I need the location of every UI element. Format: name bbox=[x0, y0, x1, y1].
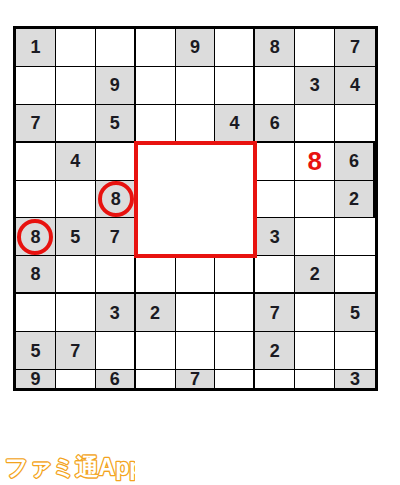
sudoku-cell-r3c5[interactable] bbox=[176, 105, 216, 143]
sudoku-cell-r5c7[interactable]: 3 bbox=[255, 218, 295, 256]
sudoku-cell-r6c4[interactable] bbox=[136, 256, 176, 294]
sudoku-cell-r7c6[interactable] bbox=[215, 294, 255, 332]
given-digit: 7 bbox=[70, 342, 80, 360]
given-digit: 4 bbox=[350, 76, 360, 94]
sudoku-cell-r5c4[interactable]: 8 bbox=[16, 218, 56, 256]
given-digit: 5 bbox=[70, 228, 80, 246]
sudoku-cell-r4c2[interactable]: 4 bbox=[56, 143, 96, 181]
sudoku-cell-r1c9[interactable]: 7 bbox=[335, 29, 375, 67]
sudoku-cell-r8c7[interactable]: 2 bbox=[255, 332, 295, 370]
highlight-box bbox=[134, 141, 258, 259]
sudoku-cell-r2c1[interactable] bbox=[16, 67, 56, 105]
sudoku-cell-r9c8[interactable] bbox=[295, 370, 335, 388]
sudoku-cell-r6c8[interactable]: 2 bbox=[295, 256, 335, 294]
sudoku-cell-r4c9[interactable]: 8 bbox=[96, 181, 136, 219]
given-digit: 7 bbox=[270, 304, 280, 322]
given-digit: 3 bbox=[270, 228, 280, 246]
given-digit: 3 bbox=[350, 370, 360, 388]
given-digit: 1 bbox=[30, 38, 40, 56]
sudoku-cell-r5c8[interactable] bbox=[295, 218, 335, 256]
sudoku-cell-r4c5[interactable]: 8 bbox=[295, 143, 335, 181]
sudoku-cell-r9c3[interactable]: 6 bbox=[96, 370, 136, 388]
given-digit: 6 bbox=[270, 114, 280, 132]
sudoku-cell-r4c1[interactable] bbox=[16, 143, 56, 181]
given-digit: 9 bbox=[30, 370, 40, 388]
given-digit: 7 bbox=[190, 370, 200, 388]
sudoku-cell-r3c8[interactable] bbox=[295, 105, 335, 143]
sudoku-cell-r1c4[interactable] bbox=[136, 29, 176, 67]
sudoku-cell-r4c4[interactable] bbox=[255, 143, 295, 181]
sudoku-cell-r2c9[interactable]: 4 bbox=[335, 67, 375, 105]
given-digit: 2 bbox=[150, 304, 160, 322]
sudoku-cell-r7c5[interactable] bbox=[176, 294, 216, 332]
given-digit: 6 bbox=[349, 152, 359, 170]
given-digit: 7 bbox=[110, 228, 120, 246]
sudoku-cell-r7c7[interactable]: 7 bbox=[255, 294, 295, 332]
screenshot-root: 198793475464868285738232755729673 ファミ通Ap… bbox=[0, 0, 400, 485]
sudoku-cell-r6c7[interactable] bbox=[255, 256, 295, 294]
sudoku-cell-r3c6[interactable]: 4 bbox=[215, 105, 255, 143]
sudoku-cell-r3c3[interactable]: 5 bbox=[96, 105, 136, 143]
given-digit: 4 bbox=[229, 114, 239, 132]
sudoku-cell-r6c5[interactable] bbox=[176, 256, 216, 294]
sudoku-cell-r5c6[interactable]: 7 bbox=[96, 218, 136, 256]
sudoku-cell-r1c1[interactable]: 1 bbox=[16, 29, 56, 67]
sudoku-cell-r2c2[interactable] bbox=[56, 67, 96, 105]
given-digit: 4 bbox=[70, 152, 80, 170]
sudoku-cell-r8c1[interactable]: 5 bbox=[16, 332, 56, 370]
sudoku-cell-r6c6[interactable] bbox=[215, 256, 255, 294]
sudoku-cell-r5c2[interactable] bbox=[295, 181, 335, 219]
sudoku-cell-r3c4[interactable] bbox=[136, 105, 176, 143]
sudoku-cell-r7c1[interactable] bbox=[16, 294, 56, 332]
sudoku-cell-r8c9[interactable] bbox=[335, 332, 375, 370]
sudoku-cell-r8c6[interactable] bbox=[215, 332, 255, 370]
sudoku-cell-r1c5[interactable]: 9 bbox=[176, 29, 216, 67]
sudoku-cell-r2c7[interactable] bbox=[255, 67, 295, 105]
sudoku-cell-r6c9[interactable] bbox=[335, 256, 375, 294]
sudoku-cell-r7c9[interactable]: 5 bbox=[335, 294, 375, 332]
sudoku-cell-r3c7[interactable]: 6 bbox=[255, 105, 295, 143]
sudoku-cell-r9c1[interactable]: 9 bbox=[16, 370, 56, 388]
sudoku-cell-r5c5[interactable]: 5 bbox=[56, 218, 96, 256]
sudoku-cell-r2c8[interactable]: 3 bbox=[295, 67, 335, 105]
sudoku-cell-r9c2[interactable] bbox=[56, 370, 96, 388]
pencil-digit: 8 bbox=[307, 148, 321, 174]
given-digit: 8 bbox=[111, 190, 121, 208]
sudoku-cell-r5c1[interactable] bbox=[255, 181, 295, 219]
given-digit: 2 bbox=[349, 190, 359, 208]
given-digit: 8 bbox=[270, 38, 280, 56]
sudoku-cell-r1c2[interactable] bbox=[56, 29, 96, 67]
sudoku-board: 198793475464868285738232755729673 bbox=[13, 26, 378, 391]
sudoku-cell-r8c5[interactable] bbox=[176, 332, 216, 370]
sudoku-cell-r8c4[interactable] bbox=[136, 332, 176, 370]
sudoku-cell-r5c9[interactable] bbox=[335, 218, 375, 256]
given-digit: 2 bbox=[270, 342, 280, 360]
given-digit: 2 bbox=[310, 265, 320, 283]
sudoku-cell-r7c2[interactable] bbox=[56, 294, 96, 332]
sudoku-cell-r2c3[interactable]: 9 bbox=[96, 67, 136, 105]
sudoku-cell-r6c1[interactable]: 8 bbox=[16, 256, 56, 294]
sudoku-cell-r9c6[interactable] bbox=[215, 370, 255, 388]
sudoku-cell-r2c4[interactable] bbox=[136, 67, 176, 105]
sudoku-cell-r2c5[interactable] bbox=[176, 67, 216, 105]
sudoku-cell-r9c4[interactable] bbox=[136, 370, 176, 388]
sudoku-cell-r9c7[interactable] bbox=[255, 370, 295, 388]
given-digit: 5 bbox=[30, 342, 40, 360]
given-digit: 9 bbox=[110, 76, 120, 94]
given-digit: 7 bbox=[30, 114, 40, 132]
given-digit: 8 bbox=[30, 265, 40, 283]
sudoku-cell-r6c3[interactable] bbox=[96, 256, 136, 294]
given-digit: 6 bbox=[110, 370, 120, 388]
sudoku-cell-r7c4[interactable]: 2 bbox=[136, 294, 176, 332]
sudoku-cell-r5c3[interactable]: 2 bbox=[335, 181, 375, 219]
given-digit: 9 bbox=[190, 38, 200, 56]
sudoku-cell-r1c6[interactable] bbox=[215, 29, 255, 67]
sudoku-cell-r6c2[interactable] bbox=[56, 256, 96, 294]
sudoku-cell-r4c8[interactable] bbox=[56, 181, 96, 219]
sudoku-cell-r4c7[interactable] bbox=[16, 181, 56, 219]
sudoku-cell-r8c8[interactable] bbox=[295, 332, 335, 370]
given-digit: 7 bbox=[350, 38, 360, 56]
sudoku-cell-r8c2[interactable]: 7 bbox=[56, 332, 96, 370]
sudoku-cell-r8c3[interactable] bbox=[96, 332, 136, 370]
famitsu-app-logo: ファミ通App bbox=[3, 448, 135, 484]
given-digit: 3 bbox=[310, 76, 320, 94]
sudoku-cell-r1c8[interactable] bbox=[295, 29, 335, 67]
sudoku-cell-r3c2[interactable] bbox=[56, 105, 96, 143]
sudoku-cell-r9c5[interactable]: 7 bbox=[176, 370, 216, 388]
sudoku-cell-r2c6[interactable] bbox=[215, 67, 255, 105]
sudoku-cell-r9c9[interactable]: 3 bbox=[335, 370, 375, 388]
sudoku-cell-r3c9[interactable] bbox=[335, 105, 375, 143]
sudoku-cell-r1c7[interactable]: 8 bbox=[255, 29, 295, 67]
sudoku-cell-r3c1[interactable]: 7 bbox=[16, 105, 56, 143]
given-digit: 8 bbox=[30, 228, 40, 246]
sudoku-cell-r7c3[interactable]: 3 bbox=[96, 294, 136, 332]
sudoku-cell-r4c3[interactable] bbox=[96, 143, 136, 181]
sudoku-cell-r4c6[interactable]: 6 bbox=[335, 143, 375, 181]
sudoku-cell-r7c8[interactable] bbox=[295, 294, 335, 332]
given-digit: 3 bbox=[110, 304, 120, 322]
sudoku-cell-r1c3[interactable] bbox=[96, 29, 136, 67]
given-digit: 5 bbox=[110, 114, 120, 132]
given-digit: 5 bbox=[350, 304, 360, 322]
famitsu-app-logo-text: ファミ通App bbox=[5, 454, 135, 480]
